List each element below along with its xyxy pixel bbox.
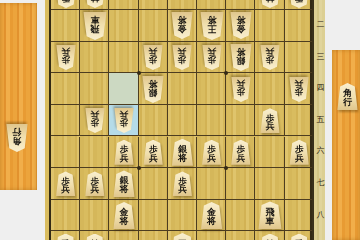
piece-kanji: 桂馬 [90,0,99,2]
piece-kanji: 銀将 [178,145,187,163]
board-square[interactable] [139,10,168,42]
rank-label: 二 [314,19,325,30]
board-square[interactable]: 歩兵 [255,42,284,74]
piece-kanji: 金将 [119,208,128,226]
board-square[interactable] [139,0,168,10]
piece-kanji: 飛車 [265,208,274,226]
shogi-piece-gote[interactable]: 飛車 [83,12,107,40]
piece-kanji: 歩兵 [91,177,100,194]
piece-kanji: 歩兵 [61,47,70,64]
board-square[interactable]: 歩兵 [109,105,138,137]
shogi-piece-sente[interactable]: 飛車 [258,201,282,229]
board-square[interactable]: 歩兵 [51,168,80,200]
board-square[interactable] [168,73,197,105]
board-grid: 香車桂馬桂馬香車飛車金将王将金将歩兵歩兵歩兵歩兵銀将歩兵銀将歩兵歩兵歩兵歩兵歩兵… [49,0,312,240]
piece-kanji: 金将 [236,15,245,33]
board-square[interactable]: 歩兵 [197,42,226,74]
board-square[interactable]: 歩兵 [226,137,255,169]
board-square[interactable]: 銀将 [139,73,168,105]
board-square[interactable] [109,42,138,74]
board-square[interactable] [168,200,197,232]
piece-kanji: 歩兵 [266,47,275,64]
shogi-piece-sente[interactable]: 歩兵 [143,140,163,165]
board-square[interactable] [197,231,226,240]
piece-kanji: 歩兵 [149,145,158,162]
board-square[interactable]: 香車 [51,0,80,10]
board-square[interactable]: 飛車 [80,10,109,42]
shogi-piece-gote[interactable]: 歩兵 [289,77,309,102]
piece-kanji: 金将 [207,208,216,226]
piece-kanji: 歩兵 [266,114,275,131]
board-square[interactable]: 歩兵 [80,105,109,137]
board-square[interactable] [285,10,314,42]
shogi-piece-gote[interactable]: 王将 [200,12,224,40]
shogi-piece-gote[interactable]: 歩兵 [202,45,222,70]
board-square[interactable]: 桂馬 [255,0,284,10]
board-square[interactable] [80,200,109,232]
shogi-piece-gote[interactable]: 歩兵 [172,45,192,70]
shogi-piece-gote[interactable]: 桂馬 [259,0,281,8]
board-square[interactable]: 桂馬 [80,231,109,240]
shogi-piece-sente[interactable]: 歩兵 [289,140,309,165]
board-square[interactable]: 王将 [197,10,226,42]
board-square[interactable] [80,137,109,169]
board-square[interactable] [51,137,80,169]
shogi-piece-sente[interactable]: 金将 [201,202,223,229]
board-square[interactable]: 金将 [109,200,138,232]
board-square[interactable] [51,73,80,105]
board-square[interactable]: 香車 [285,231,314,240]
board-square[interactable] [226,200,255,232]
board-square[interactable]: 玉将 [168,231,197,240]
board-square[interactable] [285,200,314,232]
board-square[interactable] [139,168,168,200]
board-square[interactable]: 金将 [226,10,255,42]
board-square[interactable]: 歩兵 [168,168,197,200]
shogi-board: 香車桂馬桂馬香車飛車金将王将金将歩兵歩兵歩兵歩兵銀将歩兵銀将歩兵歩兵歩兵歩兵歩兵… [45,0,325,240]
shogi-piece-sente[interactable]: 玉将 [170,233,194,240]
shogi-piece-gote[interactable]: 歩兵 [143,45,163,70]
board-square[interactable]: 歩兵 [168,42,197,74]
shogi-piece-gote[interactable]: 銀将 [142,76,164,103]
board-square[interactable] [197,105,226,137]
rank-label-strip: 一二三四五六七八九 [312,0,325,240]
board-square[interactable]: 歩兵 [109,137,138,169]
board-square[interactable] [168,0,197,10]
board-square[interactable] [255,168,284,200]
rank-label: 三 [314,51,325,62]
shogi-piece-sente[interactable]: 金将 [113,202,135,229]
gote-komadai: 角行 [0,3,37,190]
piece-kanji: 金将 [178,15,187,33]
board-square[interactable] [109,73,138,105]
shogi-piece-sente[interactable]: 歩兵 [172,171,192,196]
piece-kanji: 歩兵 [295,145,304,162]
shogi-app: 角行 香車桂馬桂馬香車飛車金将王将金将歩兵歩兵歩兵歩兵銀将歩兵銀将歩兵歩兵歩兵歩… [0,0,360,240]
board-square[interactable]: 歩兵 [80,168,109,200]
board-square[interactable] [285,42,314,74]
piece-kanji: 角行 [343,89,352,107]
shogi-piece-sente[interactable]: 角行 [337,83,358,110]
board-square[interactable] [109,0,138,10]
board-square[interactable] [197,73,226,105]
board-square[interactable]: 歩兵 [139,42,168,74]
board-square[interactable] [255,10,284,42]
piece-kanji: 香車 [61,0,70,2]
shogi-piece-gote[interactable]: 桂馬 [84,0,106,8]
shogi-piece-sente[interactable]: 歩兵 [85,171,105,196]
board-square[interactable] [51,10,80,42]
board-square[interactable] [109,10,138,42]
shogi-piece-gote[interactable]: 歩兵 [231,77,251,102]
shogi-piece-sente[interactable]: 桂馬 [84,234,106,240]
board-square[interactable]: 歩兵 [285,73,314,105]
board-square[interactable]: 桂馬 [255,231,284,240]
board-square[interactable] [226,231,255,240]
shogi-piece-sente[interactable]: 香車 [288,234,310,240]
rank-label: 四 [314,82,325,93]
board-square[interactable] [226,0,255,10]
board-square[interactable] [168,105,197,137]
piece-kanji: 歩兵 [178,47,187,64]
piece-kanji: 銀将 [236,47,245,65]
board-square[interactable]: 金将 [197,200,226,232]
hoshi-dot [224,71,228,75]
board-square[interactable] [139,105,168,137]
board-square[interactable] [109,231,138,240]
board-square[interactable] [197,168,226,200]
piece-kanji: 歩兵 [237,79,246,96]
board-square[interactable] [80,42,109,74]
board-square[interactable]: 歩兵 [255,105,284,137]
piece-kanji: 歩兵 [61,177,70,194]
piece-kanji: 歩兵 [237,145,246,162]
hoshi-dot [137,71,141,75]
shogi-piece-gote[interactable]: 歩兵 [56,45,76,70]
piece-kanji: 歩兵 [120,145,129,162]
hoshi-dot [224,166,228,170]
rank-label: 六 [314,145,325,156]
shogi-piece-gote[interactable]: 歩兵 [114,108,134,133]
board-square[interactable]: 歩兵 [197,137,226,169]
board-square[interactable]: 銀将 [226,42,255,74]
board-square[interactable] [255,73,284,105]
piece-kanji: 歩兵 [178,177,187,194]
board-square[interactable]: 歩兵 [51,42,80,74]
board-square[interactable] [255,137,284,169]
rank-label: 八 [314,209,325,220]
board-square[interactable]: 金将 [168,10,197,42]
board-square[interactable] [226,168,255,200]
board-square[interactable]: 銀将 [109,168,138,200]
shogi-piece-gote[interactable]: 香車 [55,0,77,8]
piece-kanji: 歩兵 [149,47,158,64]
board-square[interactable] [51,200,80,232]
shogi-piece-gote[interactable]: 角行 [6,124,28,152]
board-square[interactable] [80,73,109,105]
shogi-piece-gote[interactable]: 金将 [171,12,193,39]
piece-kanji: 歩兵 [207,145,216,162]
shogi-piece-sente[interactable]: 歩兵 [202,140,222,165]
shogi-piece-sente[interactable]: 銀将 [113,170,135,197]
piece-kanji: 歩兵 [120,111,129,128]
rank-label: 七 [314,177,325,188]
piece-kanji: 角行 [13,128,22,146]
board-square[interactable] [51,105,80,137]
rank-label: 五 [314,114,325,125]
board-square[interactable]: 銀将 [168,137,197,169]
board-square[interactable] [285,168,314,200]
piece-kanji: 飛車 [90,15,99,33]
shogi-piece-gote[interactable]: 歩兵 [260,45,280,70]
shogi-piece-sente[interactable]: 歩兵 [260,108,280,133]
piece-kanji: 歩兵 [91,111,100,128]
shogi-piece-sente[interactable]: 歩兵 [231,140,251,165]
piece-kanji: 銀将 [149,79,158,97]
board-square[interactable] [139,231,168,240]
board-square[interactable]: 歩兵 [226,73,255,105]
shogi-piece-sente[interactable]: 歩兵 [56,171,76,196]
piece-kanji: 銀将 [119,176,128,194]
board-square[interactable]: 歩兵 [285,137,314,169]
shogi-piece-sente[interactable]: 桂馬 [259,234,281,240]
sente-komadai: 角行 [332,50,360,240]
board-square[interactable]: 桂馬 [80,0,109,10]
piece-kanji: 王将 [207,15,216,33]
piece-kanji: 香車 [295,0,304,2]
board-square[interactable]: 香車 [285,0,314,10]
board-square[interactable]: 飛車 [255,200,284,232]
shogi-piece-gote[interactable]: 銀将 [230,44,252,71]
piece-kanji: 歩兵 [295,79,304,96]
board-square[interactable] [226,105,255,137]
shogi-piece-sente[interactable]: 香車 [55,234,77,240]
shogi-piece-sente[interactable]: 歩兵 [114,140,134,165]
shogi-piece-gote[interactable]: 香車 [288,0,310,8]
hoshi-dot [137,166,141,170]
shogi-piece-gote[interactable]: 金将 [230,12,252,39]
board-square[interactable] [285,105,314,137]
piece-kanji: 歩兵 [207,47,216,64]
board-square[interactable] [197,0,226,10]
board-square[interactable]: 香車 [51,231,80,240]
board-square[interactable] [139,200,168,232]
piece-kanji: 桂馬 [265,0,274,2]
board-square[interactable]: 歩兵 [139,137,168,169]
shogi-piece-gote[interactable]: 歩兵 [85,108,105,133]
shogi-piece-sente[interactable]: 銀将 [171,139,193,166]
